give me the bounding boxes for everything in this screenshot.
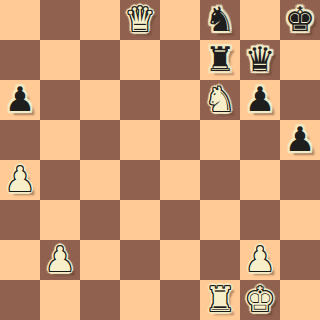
square-e2[interactable] <box>160 240 200 280</box>
square-d1[interactable] <box>120 280 160 320</box>
square-b5[interactable] <box>40 120 80 160</box>
piece-black-knight[interactable]: ♞ <box>200 0 240 39</box>
piece-black-king[interactable]: ♚ <box>280 0 320 39</box>
square-b1[interactable] <box>40 280 80 320</box>
square-a6[interactable]: ♟ <box>0 80 40 120</box>
square-f6[interactable]: ♞ <box>200 80 240 120</box>
square-c1[interactable] <box>80 280 120 320</box>
square-e1[interactable] <box>160 280 200 320</box>
square-f4[interactable] <box>200 160 240 200</box>
square-h7[interactable] <box>280 40 320 80</box>
square-c6[interactable] <box>80 80 120 120</box>
square-b2[interactable]: ♟ <box>40 240 80 280</box>
square-b6[interactable] <box>40 80 80 120</box>
square-h1[interactable] <box>280 280 320 320</box>
square-h6[interactable] <box>280 80 320 120</box>
square-a5[interactable] <box>0 120 40 160</box>
square-d3[interactable] <box>120 200 160 240</box>
square-d7[interactable] <box>120 40 160 80</box>
square-g5[interactable] <box>240 120 280 160</box>
square-d5[interactable] <box>120 120 160 160</box>
square-g3[interactable] <box>240 200 280 240</box>
square-d8[interactable]: ♛ <box>120 0 160 40</box>
square-f1[interactable]: ♜ <box>200 280 240 320</box>
piece-black-pawn[interactable]: ♟ <box>240 79 280 119</box>
square-c2[interactable] <box>80 240 120 280</box>
square-b4[interactable] <box>40 160 80 200</box>
square-d6[interactable] <box>120 80 160 120</box>
square-e6[interactable] <box>160 80 200 120</box>
square-h3[interactable] <box>280 200 320 240</box>
square-a2[interactable] <box>0 240 40 280</box>
square-d4[interactable] <box>120 160 160 200</box>
square-a1[interactable] <box>0 280 40 320</box>
square-c5[interactable] <box>80 120 120 160</box>
square-e3[interactable] <box>160 200 200 240</box>
square-b7[interactable] <box>40 40 80 80</box>
piece-white-king[interactable]: ♚ <box>240 279 280 319</box>
piece-white-pawn[interactable]: ♟ <box>240 239 280 279</box>
square-g8[interactable] <box>240 0 280 40</box>
square-e4[interactable] <box>160 160 200 200</box>
square-g1[interactable]: ♚ <box>240 280 280 320</box>
piece-black-pawn[interactable]: ♟ <box>280 119 320 159</box>
square-a4[interactable]: ♟ <box>0 160 40 200</box>
square-g6[interactable]: ♟ <box>240 80 280 120</box>
square-h5[interactable]: ♟ <box>280 120 320 160</box>
piece-white-pawn[interactable]: ♟ <box>0 159 40 199</box>
square-h4[interactable] <box>280 160 320 200</box>
square-f8[interactable]: ♞ <box>200 0 240 40</box>
piece-white-queen[interactable]: ♛ <box>120 0 160 39</box>
piece-black-rook[interactable]: ♜ <box>200 39 240 79</box>
piece-white-pawn[interactable]: ♟ <box>40 239 80 279</box>
square-f2[interactable] <box>200 240 240 280</box>
piece-black-queen[interactable]: ♛ <box>240 39 280 79</box>
square-a3[interactable] <box>0 200 40 240</box>
square-f7[interactable]: ♜ <box>200 40 240 80</box>
square-g2[interactable]: ♟ <box>240 240 280 280</box>
square-b8[interactable] <box>40 0 80 40</box>
square-f5[interactable] <box>200 120 240 160</box>
square-e8[interactable] <box>160 0 200 40</box>
piece-black-pawn[interactable]: ♟ <box>0 79 40 119</box>
square-g4[interactable] <box>240 160 280 200</box>
square-e7[interactable] <box>160 40 200 80</box>
square-f3[interactable] <box>200 200 240 240</box>
square-g7[interactable]: ♛ <box>240 40 280 80</box>
square-d2[interactable] <box>120 240 160 280</box>
square-c7[interactable] <box>80 40 120 80</box>
square-a8[interactable] <box>0 0 40 40</box>
square-c4[interactable] <box>80 160 120 200</box>
piece-white-knight[interactable]: ♞ <box>200 79 240 119</box>
piece-white-rook[interactable]: ♜ <box>200 279 240 319</box>
square-b3[interactable] <box>40 200 80 240</box>
chess-board: ♛♞♚♜♛♟♞♟♟♟♟♟♜♚ <box>0 0 320 320</box>
square-c8[interactable] <box>80 0 120 40</box>
square-a7[interactable] <box>0 40 40 80</box>
square-c3[interactable] <box>80 200 120 240</box>
square-h2[interactable] <box>280 240 320 280</box>
square-e5[interactable] <box>160 120 200 160</box>
square-h8[interactable]: ♚ <box>280 0 320 40</box>
